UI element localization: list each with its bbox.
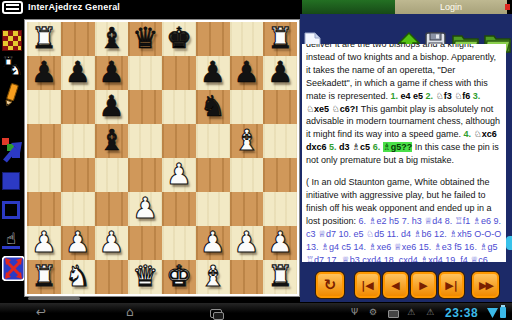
square-h1[interactable]: ♜ [263, 260, 297, 294]
white-king-e1: ♚ [162, 260, 196, 294]
back-softkey-icon[interactable]: ↩ [36, 305, 46, 319]
white-pawn-d3: ♟ [128, 192, 162, 226]
square-e4[interactable]: ♟ [162, 158, 196, 192]
fullscreen-icon[interactable] [2, 256, 25, 285]
black-bishop-c5: ♝ [95, 124, 129, 158]
square-h6[interactable] [263, 90, 297, 124]
square-d1[interactable]: ♛ [128, 260, 162, 294]
warning-status-icon: ⚠ [407, 307, 415, 317]
white-pawn-g2: ♟ [230, 226, 264, 260]
move-token[interactable]: 5. [329, 142, 339, 152]
step-forward-button[interactable]: ▶ [411, 272, 436, 298]
square-g3[interactable] [230, 192, 264, 226]
black-king-e8: ♚ [162, 22, 196, 56]
move-token[interactable]: e4 e5 [401, 91, 426, 101]
go-start-button[interactable]: |◀ [355, 272, 380, 298]
square-f2[interactable]: ♟ [196, 226, 230, 260]
square-b4[interactable] [61, 158, 95, 192]
tool-sidebar: ♜ ♞ ☝ [0, 14, 25, 302]
white-pawn-a2: ♟ [27, 226, 61, 260]
login-button[interactable]: Login [395, 0, 507, 14]
square-c4[interactable] [95, 158, 129, 192]
usb-debug-icon: ⚙ [369, 307, 377, 317]
square-c7[interactable]: ♟ [95, 56, 129, 90]
square-a8[interactable]: ♜ [27, 22, 61, 56]
square-c5[interactable]: ♝ [95, 124, 129, 158]
square-c3[interactable] [95, 192, 129, 226]
chess-board-frame: ♜♝♛♚♜♟♟♟♟♟♟♟♞♝♝♟♟♟♟♟♟♟♟♜♞♛♚♝♜ [24, 19, 300, 297]
go-end-button[interactable]: ▶| [439, 272, 464, 298]
square-g2[interactable]: ♟ [230, 226, 264, 260]
square-f6[interactable]: ♞ [196, 90, 230, 124]
record-indicator-icon [505, 4, 510, 10]
square-g5[interactable]: ♝ [230, 124, 264, 158]
hand-glyph: ☝ [6, 229, 16, 248]
square-e3[interactable] [162, 192, 196, 226]
black-pawn-b7: ♟ [61, 56, 95, 90]
select-hand-icon[interactable]: ☝ [2, 229, 20, 253]
black-pawn-a7: ♟ [27, 56, 61, 90]
annotate-pencil-icon[interactable] [2, 83, 21, 112]
black-bishop-c8: ♝ [95, 22, 129, 56]
hamburger-icon [6, 4, 19, 11]
square-f1[interactable]: ♝ [196, 260, 230, 294]
square-d7[interactable] [128, 56, 162, 90]
warning-status-icon-2: ⚠ [426, 307, 434, 317]
recents-softkey-icon[interactable] [210, 309, 222, 318]
white-queen-d1: ♛ [128, 260, 162, 294]
step-back-button[interactable]: ◀ [383, 272, 408, 298]
square-f5[interactable] [196, 124, 230, 158]
annotation-paragraph: deliver it are the two bishops and a kni… [306, 44, 502, 167]
annotation-text[interactable]: deliver it are the two bishops and a kni… [302, 44, 506, 262]
square-h2[interactable]: ♟ [263, 226, 297, 260]
square-f4[interactable] [196, 158, 230, 192]
square-d6[interactable] [128, 90, 162, 124]
square-g4[interactable] [230, 158, 264, 192]
white-knight-b1: ♞ [61, 260, 95, 294]
square-d2[interactable] [128, 226, 162, 260]
square-h3[interactable] [263, 192, 297, 226]
square-g8[interactable] [230, 22, 264, 56]
square-e6[interactable] [162, 90, 196, 124]
white-bishop-f1: ♝ [196, 260, 230, 294]
black-knight-f6: ♞ [196, 90, 230, 124]
black-queen-d8: ♛ [128, 22, 162, 56]
square-e1[interactable]: ♚ [162, 260, 196, 294]
black-pawn-c6: ♟ [95, 90, 129, 124]
square-b8[interactable] [61, 22, 95, 56]
square-b2[interactable]: ♟ [61, 226, 95, 260]
move-token[interactable]: ♗g5?? [383, 142, 413, 152]
home-softkey-icon[interactable]: ⌂ [126, 305, 134, 319]
outline-square-icon[interactable] [2, 201, 20, 219]
square-d3[interactable]: ♟ [128, 192, 162, 226]
move-token[interactable]: ♘f3 ♘f6 [436, 91, 473, 101]
square-b7[interactable]: ♟ [61, 56, 95, 90]
square-a4[interactable] [27, 158, 61, 192]
black-pawn-g7: ♟ [230, 56, 264, 90]
white-bishop-g5: ♝ [230, 124, 264, 158]
white-pawn-e4: ♟ [162, 158, 196, 192]
square-g6[interactable] [230, 90, 264, 124]
move-token[interactable]: 1. [391, 91, 401, 101]
square-f7[interactable]: ♟ [196, 56, 230, 90]
white-pawn-b2: ♟ [61, 226, 95, 260]
move-token[interactable]: ♘xe5 ♘c6?! [306, 104, 361, 114]
square-c8[interactable]: ♝ [95, 22, 129, 56]
action-bar: InterAjedrez General Login [0, 0, 512, 14]
usb-status-icon: Ψ [351, 307, 358, 317]
move-token[interactable]: d3 ♗c5 [339, 142, 373, 152]
black-pawn-f7: ♟ [196, 56, 230, 90]
square-h8[interactable]: ♜ [263, 22, 297, 56]
white-pawn-h2: ♟ [263, 226, 297, 260]
white-pawn-c2: ♟ [95, 226, 129, 260]
square-d5[interactable] [128, 124, 162, 158]
square-e8[interactable]: ♚ [162, 22, 196, 56]
app-screen: InterAjedrez General Login ♜ ♞ [0, 0, 512, 320]
square-h5[interactable] [263, 124, 297, 158]
battery-icon [500, 307, 506, 318]
panel-scroll-handle[interactable] [506, 236, 512, 250]
move-token[interactable]: 6. [373, 142, 383, 152]
square-a5[interactable] [27, 124, 61, 158]
square-f8[interactable] [196, 22, 230, 56]
square-a7[interactable]: ♟ [27, 56, 61, 90]
square-a2[interactable]: ♟ [27, 226, 61, 260]
clock: 23:38 [445, 306, 478, 320]
white-pawn-f2: ♟ [196, 226, 230, 260]
square-h4[interactable] [263, 158, 297, 192]
square-h7[interactable]: ♟ [263, 56, 297, 90]
square-b6[interactable] [61, 90, 95, 124]
square-g7[interactable]: ♟ [230, 56, 264, 90]
draw-arrow-icon[interactable] [2, 141, 23, 168]
app-title: InterAjedrez General [28, 2, 120, 12]
square-c1[interactable] [95, 260, 129, 294]
white-rook-h8: ♜ [263, 22, 297, 56]
square-g1[interactable] [230, 260, 264, 294]
board-theme-icon[interactable] [2, 30, 22, 51]
square-e7[interactable] [162, 56, 196, 90]
square-b3[interactable] [61, 192, 95, 226]
move-token[interactable]: 2. [426, 91, 436, 101]
autoplay-button[interactable]: ▶▶ [472, 272, 499, 298]
square-c6[interactable]: ♟ [95, 90, 129, 124]
square-a3[interactable] [27, 192, 61, 226]
wifi-icon [487, 308, 498, 318]
square-b5[interactable] [61, 124, 95, 158]
square-b1[interactable]: ♞ [61, 260, 95, 294]
move-token[interactable]: 4. [464, 129, 474, 139]
system-bar: ↩ ⌂ Ψ ⚙ ⚠ ⚠ 23:38 [0, 302, 512, 320]
chess-board: ♜♝♛♚♜♟♟♟♟♟♟♟♞♝♝♟♟♟♟♟♟♟♟♜♞♛♚♝♜ [27, 22, 297, 294]
square-d4[interactable] [128, 158, 162, 192]
square-e5[interactable] [162, 124, 196, 158]
square-e2[interactable] [162, 226, 196, 260]
screenshot-status-icon [388, 310, 399, 318]
white-rook-h1: ♜ [263, 260, 297, 294]
piece-set-icon[interactable]: ♜ ♞ [2, 54, 24, 78]
annotation-paragraph: ( In an old Staunton game, White obtaine… [306, 176, 502, 262]
fill-square-icon[interactable] [2, 172, 20, 190]
square-a6[interactable] [27, 90, 61, 124]
white-rook-a8: ♜ [27, 22, 61, 56]
square-f3[interactable] [196, 192, 230, 226]
knight-glyph-icon: ♞ [9, 61, 22, 79]
black-pawn-h7: ♟ [263, 56, 297, 90]
notation-panel: deliver it are the two bishops and a kni… [300, 14, 512, 302]
menu-button[interactable] [2, 1, 23, 14]
square-d8[interactable]: ♛ [128, 22, 162, 56]
black-pawn-c7: ♟ [95, 56, 129, 90]
square-a1[interactable]: ♜ [27, 260, 61, 294]
move-token[interactable]: 3. [473, 91, 481, 101]
left-scroll-indicator [28, 297, 80, 300]
square-c2[interactable]: ♟ [95, 226, 129, 260]
header-green-area [302, 0, 395, 14]
refresh-button[interactable]: ↻ [316, 272, 344, 298]
white-rook-a1: ♜ [27, 260, 61, 294]
